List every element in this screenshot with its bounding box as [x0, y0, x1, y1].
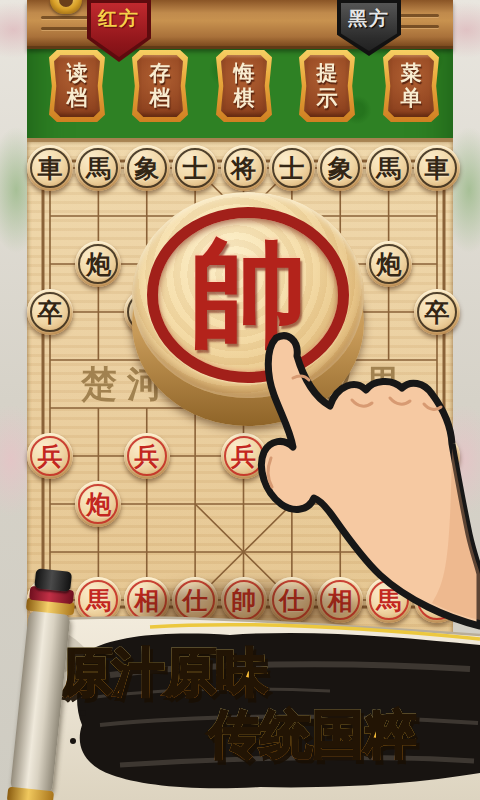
load-game-button[interactable]: 读档 — [49, 50, 105, 122]
piece-black-r0c3[interactable]: 士 — [172, 145, 218, 191]
piece-character: 士 — [183, 156, 208, 181]
piece-character: 炮 — [376, 492, 401, 517]
piece-black-r0c7[interactable]: 馬 — [366, 145, 412, 191]
piece-black-r3c0[interactable]: 卒 — [27, 289, 73, 335]
piece-character: 象 — [134, 156, 159, 181]
slogan-line-1: 原汁原味 — [60, 646, 268, 698]
slogan-line-2: 传统国粹 — [208, 708, 416, 760]
piece-black-r0c2[interactable]: 象 — [124, 145, 170, 191]
piece-black-r3c8[interactable]: 卒 — [414, 289, 460, 335]
piece-character: 兵 — [38, 444, 63, 469]
red-side-label: 红方 — [98, 6, 140, 32]
piece-character: 車 — [38, 156, 63, 181]
piece-character: 兵 — [425, 444, 450, 469]
save-game-label: 存档 — [148, 61, 171, 111]
menu-label: 菜单 — [399, 61, 422, 111]
bottom-scroll-banner: 原汁原味 传统国粹 — [0, 605, 480, 800]
piece-character: 士 — [279, 156, 304, 181]
piece-red-r6c0[interactable]: 兵 — [27, 433, 73, 479]
undo-move-label: 悔棋 — [232, 61, 255, 111]
piece-character: 兵 — [134, 444, 159, 469]
piece-black-r0c4[interactable]: 将 — [221, 145, 267, 191]
piece-character: 卒 — [38, 300, 63, 325]
wood-carving — [41, 27, 89, 30]
black-side-label: 黑方 — [348, 6, 390, 32]
piece-character: 車 — [425, 156, 450, 181]
piece-character: 馬 — [376, 156, 401, 181]
piece-character: 将 — [231, 156, 256, 181]
piece-character: 馬 — [86, 156, 111, 181]
piece-character: 炮 — [86, 492, 111, 517]
piece-character: 兵 — [328, 444, 353, 469]
hero-general-piece[interactable]: 帥 — [128, 192, 368, 442]
hero-piece-face: 帥 — [132, 192, 364, 398]
xiangqi-app-screen: { "game": "xiangqi", "position": { "fen"… — [0, 0, 480, 800]
piece-red-r7c7[interactable]: 炮 — [366, 481, 412, 527]
menu-button[interactable]: 菜单 — [383, 50, 439, 122]
piece-character: 象 — [328, 156, 353, 181]
piece-character: 炮 — [376, 252, 401, 277]
piece-black-r0c6[interactable]: 象 — [317, 145, 363, 191]
piece-black-r2c7[interactable]: 炮 — [366, 241, 412, 287]
undo-move-button[interactable]: 悔棋 — [216, 50, 272, 122]
piece-character: 炮 — [86, 252, 111, 277]
piece-character: 卒 — [425, 300, 450, 325]
hero-piece-character: 帥 — [189, 234, 307, 352]
piece-black-r0c0[interactable]: 車 — [27, 145, 73, 191]
piece-black-r0c5[interactable]: 士 — [269, 145, 315, 191]
save-game-button[interactable]: 存档 — [132, 50, 188, 122]
piece-black-r0c8[interactable]: 車 — [414, 145, 460, 191]
scroll-roll-black-cap — [34, 568, 72, 592]
load-game-label: 读档 — [65, 61, 88, 111]
gold-ring-ornament — [50, 0, 82, 14]
hint-label: 提示 — [315, 61, 338, 111]
hint-button[interactable]: 提示 — [299, 50, 355, 122]
piece-character: 兵 — [231, 444, 256, 469]
piece-red-r6c8[interactable]: 兵 — [414, 433, 460, 479]
